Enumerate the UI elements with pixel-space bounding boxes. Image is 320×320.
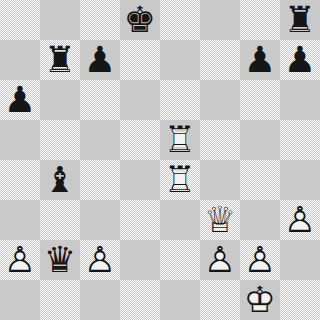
black-pawn-icon[interactable]: ♟ xyxy=(80,40,120,80)
white-pawn-icon[interactable]: ♟♙ xyxy=(80,240,120,280)
piece-outline: ♛ xyxy=(40,240,80,280)
black-pawn-icon[interactable]: ♟ xyxy=(240,40,280,80)
black-bishop-icon[interactable]: ♝ xyxy=(40,160,80,200)
square-h6[interactable] xyxy=(280,80,320,120)
square-c5[interactable] xyxy=(80,120,120,160)
square-f3[interactable]: ♛♕ xyxy=(200,200,240,240)
piece-outline: ♖ xyxy=(160,120,200,160)
square-b1[interactable] xyxy=(40,280,80,320)
square-c1[interactable] xyxy=(80,280,120,320)
square-b2[interactable]: ♛ xyxy=(40,240,80,280)
black-king-icon[interactable]: ♚ xyxy=(120,0,160,40)
square-d3[interactable] xyxy=(120,200,160,240)
black-rook-icon[interactable]: ♜ xyxy=(40,40,80,80)
square-e7[interactable] xyxy=(160,40,200,80)
square-e8[interactable] xyxy=(160,0,200,40)
square-h3[interactable]: ♟♙ xyxy=(280,200,320,240)
piece-outline: ♟ xyxy=(80,40,120,80)
square-a8[interactable] xyxy=(0,0,40,40)
piece-outline: ♙ xyxy=(0,240,40,280)
square-h1[interactable] xyxy=(280,280,320,320)
square-d5[interactable] xyxy=(120,120,160,160)
white-king-icon[interactable]: ♚♔ xyxy=(240,280,280,320)
square-b7[interactable]: ♜ xyxy=(40,40,80,80)
square-g6[interactable] xyxy=(240,80,280,120)
white-queen-icon[interactable]: ♛♕ xyxy=(200,200,240,240)
square-f7[interactable] xyxy=(200,40,240,80)
square-e6[interactable] xyxy=(160,80,200,120)
piece-outline: ♚ xyxy=(120,0,160,40)
square-f2[interactable]: ♟♙ xyxy=(200,240,240,280)
square-g5[interactable] xyxy=(240,120,280,160)
square-f6[interactable] xyxy=(200,80,240,120)
square-d7[interactable] xyxy=(120,40,160,80)
square-e5[interactable]: ♜♖ xyxy=(160,120,200,160)
black-pawn-icon[interactable]: ♟ xyxy=(0,80,40,120)
square-h5[interactable] xyxy=(280,120,320,160)
piece-outline: ♕ xyxy=(200,200,240,240)
piece-outline: ♔ xyxy=(240,280,280,320)
white-pawn-icon[interactable]: ♟♙ xyxy=(0,240,40,280)
piece-outline: ♟ xyxy=(280,40,320,80)
square-g4[interactable] xyxy=(240,160,280,200)
square-f4[interactable] xyxy=(200,160,240,200)
square-a5[interactable] xyxy=(0,120,40,160)
square-b5[interactable] xyxy=(40,120,80,160)
square-c2[interactable]: ♟♙ xyxy=(80,240,120,280)
black-rook-icon[interactable]: ♜ xyxy=(280,0,320,40)
chess-board: ♚♜♜♟♟♟♟♜♖♝♜♖♛♕♟♙♟♙♛♟♙♟♙♟♙♚♔ xyxy=(0,0,320,320)
square-f5[interactable] xyxy=(200,120,240,160)
square-h8[interactable]: ♜ xyxy=(280,0,320,40)
piece-outline: ♙ xyxy=(80,240,120,280)
square-e2[interactable] xyxy=(160,240,200,280)
square-g2[interactable]: ♟♙ xyxy=(240,240,280,280)
square-e3[interactable] xyxy=(160,200,200,240)
piece-outline: ♙ xyxy=(240,240,280,280)
square-b4[interactable]: ♝ xyxy=(40,160,80,200)
piece-outline: ♙ xyxy=(200,240,240,280)
white-rook-icon[interactable]: ♜♖ xyxy=(160,160,200,200)
square-d6[interactable] xyxy=(120,80,160,120)
piece-outline: ♝ xyxy=(40,160,80,200)
square-c4[interactable] xyxy=(80,160,120,200)
square-h2[interactable] xyxy=(280,240,320,280)
black-pawn-icon[interactable]: ♟ xyxy=(280,40,320,80)
square-d1[interactable] xyxy=(120,280,160,320)
square-e1[interactable] xyxy=(160,280,200,320)
square-c7[interactable]: ♟ xyxy=(80,40,120,80)
square-e4[interactable]: ♜♖ xyxy=(160,160,200,200)
square-h7[interactable]: ♟ xyxy=(280,40,320,80)
white-rook-icon[interactable]: ♜♖ xyxy=(160,120,200,160)
black-queen-icon[interactable]: ♛ xyxy=(40,240,80,280)
square-d8[interactable]: ♚ xyxy=(120,0,160,40)
square-f1[interactable] xyxy=(200,280,240,320)
square-d4[interactable] xyxy=(120,160,160,200)
piece-outline: ♜ xyxy=(40,40,80,80)
piece-outline: ♖ xyxy=(160,160,200,200)
square-a2[interactable]: ♟♙ xyxy=(0,240,40,280)
square-a6[interactable]: ♟ xyxy=(0,80,40,120)
square-c3[interactable] xyxy=(80,200,120,240)
white-pawn-icon[interactable]: ♟♙ xyxy=(200,240,240,280)
white-pawn-icon[interactable]: ♟♙ xyxy=(240,240,280,280)
square-g1[interactable]: ♚♔ xyxy=(240,280,280,320)
square-g8[interactable] xyxy=(240,0,280,40)
piece-outline: ♟ xyxy=(0,80,40,120)
square-g3[interactable] xyxy=(240,200,280,240)
square-b8[interactable] xyxy=(40,0,80,40)
piece-outline: ♟ xyxy=(240,40,280,80)
square-a7[interactable] xyxy=(0,40,40,80)
square-a3[interactable] xyxy=(0,200,40,240)
square-h4[interactable] xyxy=(280,160,320,200)
piece-outline: ♙ xyxy=(280,200,320,240)
square-b3[interactable] xyxy=(40,200,80,240)
piece-outline: ♜ xyxy=(280,0,320,40)
square-c8[interactable] xyxy=(80,0,120,40)
square-g7[interactable]: ♟ xyxy=(240,40,280,80)
white-pawn-icon[interactable]: ♟♙ xyxy=(280,200,320,240)
square-a4[interactable] xyxy=(0,160,40,200)
square-b6[interactable] xyxy=(40,80,80,120)
square-f8[interactable] xyxy=(200,0,240,40)
square-a1[interactable] xyxy=(0,280,40,320)
square-c6[interactable] xyxy=(80,80,120,120)
square-d2[interactable] xyxy=(120,240,160,280)
